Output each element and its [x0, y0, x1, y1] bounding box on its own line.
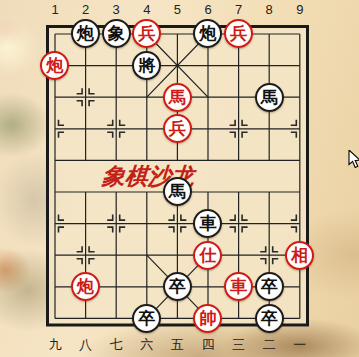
piece-black-chariot[interactable]: 車: [193, 209, 222, 238]
piece-black-cannon[interactable]: 炮: [193, 19, 222, 48]
piece-red-chariot[interactable]: 車: [224, 272, 253, 301]
piece-red-general[interactable]: 帥: [193, 304, 222, 333]
piece-red-horse[interactable]: 馬: [163, 83, 192, 112]
bottom-column-label-3: 七: [106, 338, 126, 352]
bottom-column-label-2: 八: [76, 338, 96, 352]
mouse-cursor-icon: [348, 150, 359, 169]
bottom-column-label-7: 三: [229, 338, 249, 352]
bottom-column-label-1: 九: [45, 338, 65, 352]
bottom-column-label-5: 五: [167, 338, 187, 352]
pieces-grid: 炮象兵炮兵炮將馬馬兵馬車仕相炮卒車卒卒帥卒: [40, 18, 315, 334]
piece-black-horse[interactable]: 馬: [163, 177, 192, 206]
piece-black-pawn[interactable]: 卒: [255, 304, 284, 333]
piece-black-cannon[interactable]: 炮: [71, 19, 100, 48]
piece-black-pawn[interactable]: 卒: [163, 272, 192, 301]
piece-black-general[interactable]: 將: [132, 51, 161, 80]
piece-red-elephant[interactable]: 相: [285, 241, 314, 270]
piece-black-horse[interactable]: 馬: [255, 83, 284, 112]
piece-black-pawn[interactable]: 卒: [255, 272, 284, 301]
bottom-column-label-9: 一: [290, 338, 310, 352]
piece-red-advisor[interactable]: 仕: [193, 241, 222, 270]
xiangqi-screenshot: 123456789 象棋沙龙 炮象兵炮兵炮將馬馬兵馬車仕相炮卒車卒卒帥卒 九八七…: [0, 0, 359, 357]
piece-red-pawn[interactable]: 兵: [132, 19, 161, 48]
piece-red-pawn[interactable]: 兵: [163, 114, 192, 143]
bottom-column-label-8: 二: [259, 338, 279, 352]
piece-black-pawn[interactable]: 卒: [132, 304, 161, 333]
bottom-column-label-4: 六: [137, 338, 157, 352]
piece-red-pawn[interactable]: 兵: [224, 19, 253, 48]
piece-black-elephant[interactable]: 象: [102, 19, 131, 48]
piece-red-cannon[interactable]: 炮: [71, 272, 100, 301]
piece-red-cannon[interactable]: 炮: [40, 51, 69, 80]
bottom-column-label-6: 四: [198, 338, 218, 352]
